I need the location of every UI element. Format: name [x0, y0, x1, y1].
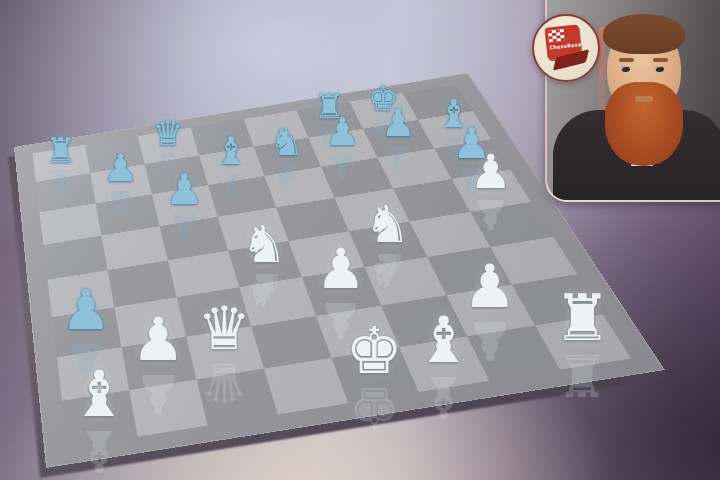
chessbase-logo-checker-icon [548, 29, 565, 43]
presenter-eyebrow-right [653, 58, 668, 62]
chessbase-logo: ChessBase [532, 14, 600, 82]
presenter-eye-right [655, 66, 664, 72]
presenter-mouth [635, 96, 653, 102]
presenter-hair [603, 14, 685, 54]
presenter-beard [605, 82, 683, 166]
presenter-eye-left [621, 66, 630, 72]
chessbase-logo-text: ChessBase [549, 41, 581, 50]
presenter-eyebrow-left [619, 58, 634, 62]
